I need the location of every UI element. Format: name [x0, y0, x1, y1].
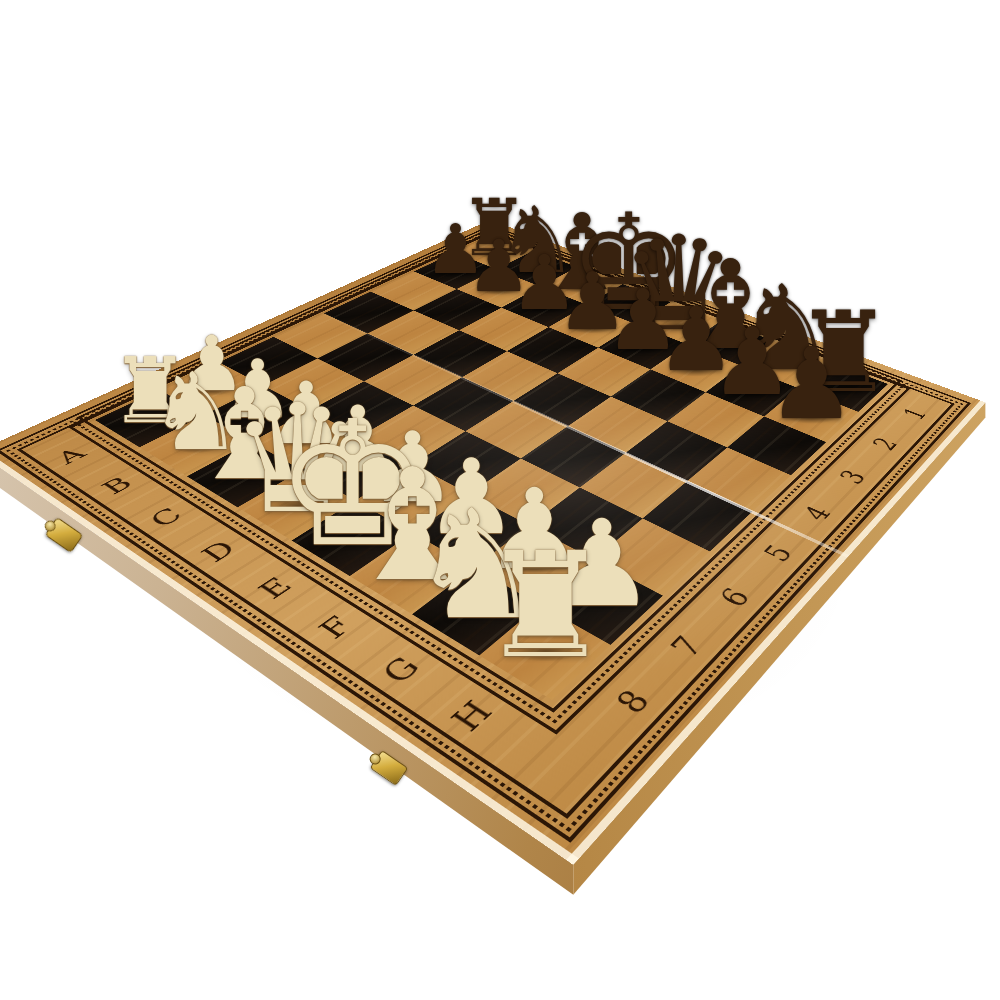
chess-product-photo: ABCDEFGH 12345678 ♜♞♝♚♛♝♞♜♟♟♟♟♟♟♟♟♟♟♟♟♟♟… — [0, 0, 1000, 1000]
light-rook[interactable]: ♜ — [480, 534, 611, 680]
dark-pawn[interactable]: ♟ — [767, 335, 856, 434]
